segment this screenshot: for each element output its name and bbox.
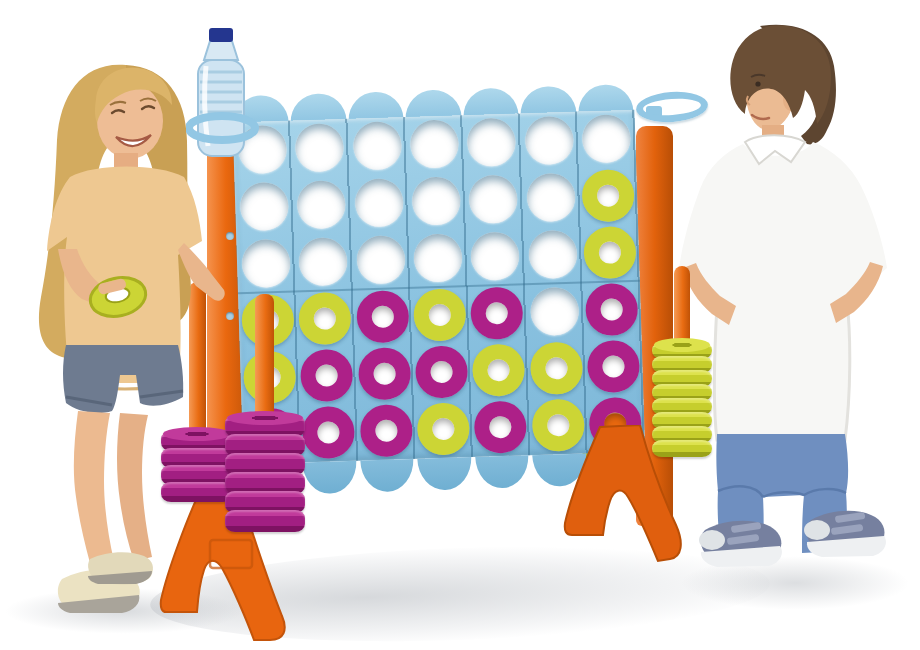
disc-magenta bbox=[300, 349, 354, 403]
cell-r2c7 bbox=[579, 167, 638, 226]
hole bbox=[239, 182, 288, 231]
cell-r5c7 bbox=[584, 338, 643, 397]
disc-magenta bbox=[470, 286, 524, 340]
cell-r5c4 bbox=[412, 343, 471, 402]
hole bbox=[467, 118, 516, 167]
cell-r3c7 bbox=[581, 224, 640, 283]
cell-r2c1 bbox=[234, 178, 293, 237]
cell-r6c4 bbox=[414, 400, 473, 459]
spare-disc-yellow bbox=[652, 440, 712, 457]
hole bbox=[297, 180, 346, 229]
cell-r2c4 bbox=[407, 172, 466, 231]
cell-r2c5 bbox=[464, 170, 523, 229]
hole bbox=[352, 121, 401, 170]
disc-yellow bbox=[413, 288, 467, 342]
spare-disc-magenta bbox=[225, 510, 305, 532]
hole bbox=[582, 114, 631, 163]
boy-right-sneaker bbox=[804, 511, 886, 557]
cell-r1c3 bbox=[347, 117, 406, 176]
scene bbox=[0, 0, 920, 650]
bottle-cap bbox=[209, 28, 233, 42]
hole bbox=[419, 404, 468, 453]
disc-magenta bbox=[356, 290, 410, 344]
stack-left-front-assembly bbox=[225, 294, 305, 554]
scallop-bump bbox=[360, 459, 414, 493]
cell-r3c6 bbox=[523, 226, 582, 285]
disc-magenta bbox=[415, 345, 469, 399]
hole bbox=[530, 287, 579, 336]
hole bbox=[585, 228, 634, 277]
hole bbox=[359, 349, 408, 398]
hole bbox=[528, 230, 577, 279]
hole bbox=[587, 285, 636, 334]
hole bbox=[584, 171, 633, 220]
stack-right bbox=[652, 345, 712, 457]
cell-r3c2 bbox=[294, 233, 353, 292]
hole bbox=[356, 235, 405, 284]
hole bbox=[415, 290, 464, 339]
hole bbox=[411, 176, 460, 225]
hole bbox=[304, 408, 353, 457]
cell-r5c5 bbox=[469, 341, 528, 400]
disc-magenta bbox=[585, 283, 639, 337]
cell-r3c3 bbox=[351, 231, 410, 290]
disc-yellow bbox=[472, 343, 526, 397]
hole bbox=[417, 347, 466, 396]
cell-r3c5 bbox=[466, 227, 525, 286]
hole bbox=[302, 351, 351, 400]
hole bbox=[300, 294, 349, 343]
hole bbox=[471, 231, 520, 280]
hole bbox=[413, 233, 462, 282]
cell-r4c6 bbox=[525, 282, 584, 341]
water-bottle-assembly bbox=[186, 26, 266, 164]
scallop-bump bbox=[418, 457, 472, 491]
cell-r1c4 bbox=[405, 115, 464, 174]
stack-left-front bbox=[225, 418, 305, 532]
cell-r1c6 bbox=[520, 112, 579, 171]
hole bbox=[532, 344, 581, 393]
disc-yellow bbox=[530, 342, 584, 396]
cell-r5c2 bbox=[297, 347, 356, 406]
hole bbox=[524, 116, 573, 165]
cell-r2c6 bbox=[521, 169, 580, 228]
cell-r2c3 bbox=[349, 174, 408, 233]
cell-r4c4 bbox=[410, 286, 469, 345]
cell-r4c3 bbox=[353, 288, 412, 347]
cell-r2c2 bbox=[292, 176, 351, 235]
hole bbox=[469, 174, 518, 223]
girl-back-leg bbox=[117, 413, 152, 561]
bottle-neck bbox=[204, 41, 238, 60]
scallop-bump bbox=[475, 455, 529, 489]
hole bbox=[361, 406, 410, 455]
disc-magenta bbox=[587, 340, 641, 394]
cell-r5c6 bbox=[527, 339, 586, 398]
hole bbox=[241, 239, 290, 288]
cell-r1c7 bbox=[577, 110, 636, 169]
cell-r6c5 bbox=[471, 398, 530, 457]
cell-r4c5 bbox=[468, 284, 527, 343]
disc-yellow bbox=[583, 226, 637, 280]
cell-r1c5 bbox=[462, 113, 521, 172]
scallop-bump bbox=[303, 461, 357, 495]
hole bbox=[472, 288, 521, 337]
disc-magenta bbox=[302, 406, 356, 460]
disc-yellow bbox=[298, 292, 352, 346]
stack-right-assembly bbox=[652, 266, 712, 486]
disc-magenta bbox=[474, 400, 528, 454]
cell-r3c4 bbox=[408, 229, 467, 288]
cell-r1c2 bbox=[290, 119, 349, 178]
cell-r6c2 bbox=[299, 404, 358, 463]
hole bbox=[476, 402, 525, 451]
cell-r6c3 bbox=[356, 402, 415, 461]
hole bbox=[358, 292, 407, 341]
disc-yellow bbox=[417, 402, 471, 456]
disc-magenta bbox=[359, 404, 413, 458]
girl-back-shoe bbox=[88, 552, 153, 585]
disc-magenta bbox=[357, 347, 411, 401]
boy-eye bbox=[755, 81, 760, 86]
cell-r5c3 bbox=[355, 345, 414, 404]
hole bbox=[410, 119, 459, 168]
hole bbox=[298, 237, 347, 286]
hole bbox=[295, 123, 344, 172]
hole bbox=[354, 178, 403, 227]
hole bbox=[526, 173, 575, 222]
disc-yellow bbox=[582, 169, 636, 223]
hole bbox=[589, 342, 638, 391]
cell-r3c1 bbox=[236, 235, 295, 294]
hole bbox=[474, 345, 523, 394]
girl-front-leg bbox=[74, 411, 114, 563]
cell-r4c7 bbox=[582, 281, 641, 340]
